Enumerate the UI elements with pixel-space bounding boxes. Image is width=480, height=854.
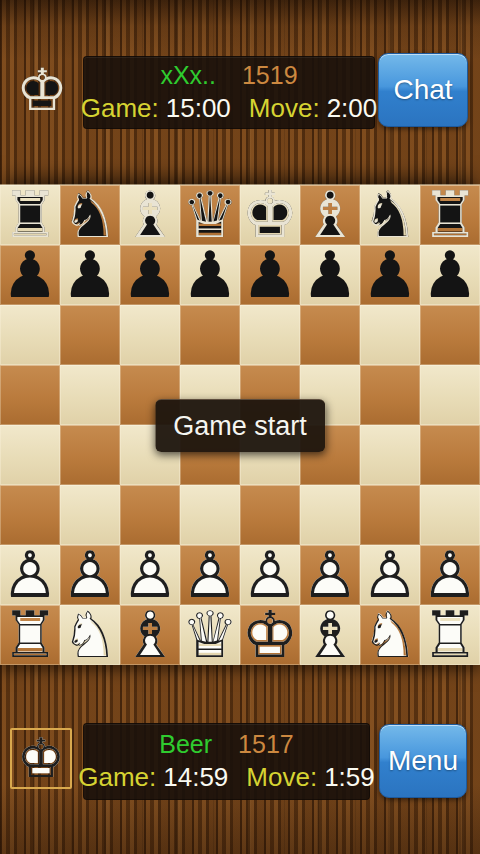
square-f3[interactable] <box>300 485 360 545</box>
square-a5[interactable] <box>0 365 60 425</box>
white-bishop-piece[interactable]: ♝♗ <box>300 605 360 665</box>
white-pawn-piece[interactable]: ♟♙ <box>300 545 360 605</box>
square-g5[interactable] <box>360 365 420 425</box>
square-h7[interactable]: ♟ <box>420 245 480 305</box>
chat-button-label: Chat <box>393 74 452 106</box>
square-g2[interactable]: ♟♙ <box>360 545 420 605</box>
square-f7[interactable]: ♟ <box>300 245 360 305</box>
black-rook-piece[interactable]: ♜♖ <box>420 185 480 245</box>
white-knight-piece[interactable]: ♞♘ <box>60 605 120 665</box>
square-g6[interactable] <box>360 305 420 365</box>
square-h4[interactable] <box>420 425 480 485</box>
square-a3[interactable] <box>0 485 60 545</box>
bottom-player-clocks: Game:14:59Move:1:59 <box>78 760 375 794</box>
square-a6[interactable] <box>0 305 60 365</box>
square-h6[interactable] <box>420 305 480 365</box>
white-rook-piece[interactable]: ♜♖ <box>0 605 60 665</box>
bottom-player-color-icon: ♚♔ <box>10 728 72 789</box>
square-a4[interactable] <box>0 425 60 485</box>
square-a2[interactable]: ♟♙ <box>0 545 60 605</box>
square-c7[interactable]: ♟ <box>120 245 180 305</box>
top-player-rating: 1519 <box>242 61 298 89</box>
square-b7[interactable]: ♟ <box>60 245 120 305</box>
square-d2[interactable]: ♟♙ <box>180 545 240 605</box>
square-g8[interactable]: ♞♘ <box>360 185 420 245</box>
black-king-piece: ♚♔ <box>12 59 72 121</box>
square-c3[interactable] <box>120 485 180 545</box>
square-g4[interactable] <box>360 425 420 485</box>
white-pawn-piece[interactable]: ♟♙ <box>180 545 240 605</box>
top-move-label: Move: <box>249 93 320 123</box>
black-pawn-piece[interactable]: ♟ <box>180 245 240 305</box>
square-d3[interactable] <box>180 485 240 545</box>
black-bishop-piece[interactable]: ♝♗ <box>300 185 360 245</box>
top-game-label: Game: <box>81 93 159 123</box>
chat-button[interactable]: Chat <box>378 53 468 127</box>
white-rook-piece[interactable]: ♜♖ <box>420 605 480 665</box>
black-pawn-piece[interactable]: ♟ <box>420 245 480 305</box>
square-h3[interactable] <box>420 485 480 545</box>
menu-button-label: Menu <box>388 745 458 777</box>
black-pawn-piece[interactable]: ♟ <box>240 245 300 305</box>
square-g3[interactable] <box>360 485 420 545</box>
square-a7[interactable]: ♟ <box>0 245 60 305</box>
square-b1[interactable]: ♞♘ <box>60 605 120 665</box>
square-c1[interactable]: ♝♗ <box>120 605 180 665</box>
black-rook-piece[interactable]: ♜♖ <box>0 185 60 245</box>
square-b3[interactable] <box>60 485 120 545</box>
square-f6[interactable] <box>300 305 360 365</box>
top-player-panel: xXx..1519 Game:15:00Move:2:00 <box>83 56 375 129</box>
bottom-player-name-line: Beer1517 <box>159 729 293 760</box>
square-c8[interactable]: ♝♗ <box>120 185 180 245</box>
top-game-time: 15:00 <box>166 93 231 123</box>
top-player-name-line: xXx..1519 <box>160 60 297 91</box>
square-b4[interactable] <box>60 425 120 485</box>
black-queen-piece[interactable]: ♛♕ <box>180 185 240 245</box>
black-pawn-piece[interactable]: ♟ <box>360 245 420 305</box>
bottom-game-label: Game: <box>78 762 156 792</box>
white-pawn-piece[interactable]: ♟♙ <box>240 545 300 605</box>
bottom-game-time: 14:59 <box>163 762 228 792</box>
square-e8[interactable]: ♚♔ <box>240 185 300 245</box>
square-e3[interactable] <box>240 485 300 545</box>
square-h8[interactable]: ♜♖ <box>420 185 480 245</box>
top-player-color-icon: ♚♔ <box>12 59 72 121</box>
white-pawn-piece[interactable]: ♟♙ <box>360 545 420 605</box>
top-player-name: xXx.. <box>160 61 216 89</box>
white-pawn-piece[interactable]: ♟♙ <box>60 545 120 605</box>
square-c2[interactable]: ♟♙ <box>120 545 180 605</box>
square-c6[interactable] <box>120 305 180 365</box>
bottom-player-panel: Beer1517 Game:14:59Move:1:59 <box>83 723 370 800</box>
square-h5[interactable] <box>420 365 480 425</box>
square-h1[interactable]: ♜♖ <box>420 605 480 665</box>
square-b6[interactable] <box>60 305 120 365</box>
black-bishop-piece[interactable]: ♝♗ <box>120 185 180 245</box>
bottom-player-rating: 1517 <box>238 730 294 758</box>
square-f8[interactable]: ♝♗ <box>300 185 360 245</box>
white-knight-piece[interactable]: ♞♘ <box>360 605 420 665</box>
square-a8[interactable]: ♜♖ <box>0 185 60 245</box>
black-knight-piece[interactable]: ♞♘ <box>60 185 120 245</box>
square-g1[interactable]: ♞♘ <box>360 605 420 665</box>
white-queen-piece[interactable]: ♛♕ <box>180 605 240 665</box>
white-king-piece[interactable]: ♚♔ <box>240 605 300 665</box>
square-d8[interactable]: ♛♕ <box>180 185 240 245</box>
bottom-player-name: Beer <box>159 730 212 758</box>
black-pawn-piece[interactable]: ♟ <box>0 245 60 305</box>
square-a1[interactable]: ♜♖ <box>0 605 60 665</box>
toast-text: Game start <box>173 411 307 441</box>
black-pawn-piece[interactable]: ♟ <box>120 245 180 305</box>
square-f1[interactable]: ♝♗ <box>300 605 360 665</box>
bottom-move-label: Move: <box>246 762 317 792</box>
square-d7[interactable]: ♟ <box>180 245 240 305</box>
white-pawn-piece[interactable]: ♟♙ <box>0 545 60 605</box>
white-pawn-piece[interactable]: ♟♙ <box>120 545 180 605</box>
square-b2[interactable]: ♟♙ <box>60 545 120 605</box>
square-b5[interactable] <box>60 365 120 425</box>
black-pawn-piece[interactable]: ♟ <box>300 245 360 305</box>
bottom-move-time: 1:59 <box>324 762 375 792</box>
square-e6[interactable] <box>240 305 300 365</box>
square-d6[interactable] <box>180 305 240 365</box>
square-g7[interactable]: ♟ <box>360 245 420 305</box>
square-h2[interactable]: ♟♙ <box>420 545 480 605</box>
menu-button[interactable]: Menu <box>379 724 467 798</box>
white-king-piece: ♚♔ <box>12 730 70 787</box>
square-e2[interactable]: ♟♙ <box>240 545 300 605</box>
square-e1[interactable]: ♚♔ <box>240 605 300 665</box>
square-d1[interactable]: ♛♕ <box>180 605 240 665</box>
black-king-piece[interactable]: ♚♔ <box>240 185 300 245</box>
square-b8[interactable]: ♞♘ <box>60 185 120 245</box>
top-player-clocks: Game:15:00Move:2:00 <box>81 91 378 125</box>
white-bishop-piece[interactable]: ♝♗ <box>120 605 180 665</box>
square-f2[interactable]: ♟♙ <box>300 545 360 605</box>
square-e7[interactable]: ♟ <box>240 245 300 305</box>
black-knight-piece[interactable]: ♞♘ <box>360 185 420 245</box>
black-pawn-piece[interactable]: ♟ <box>60 245 120 305</box>
top-move-time: 2:00 <box>327 93 378 123</box>
game-start-toast: Game start <box>155 399 325 452</box>
white-pawn-piece[interactable]: ♟♙ <box>420 545 480 605</box>
